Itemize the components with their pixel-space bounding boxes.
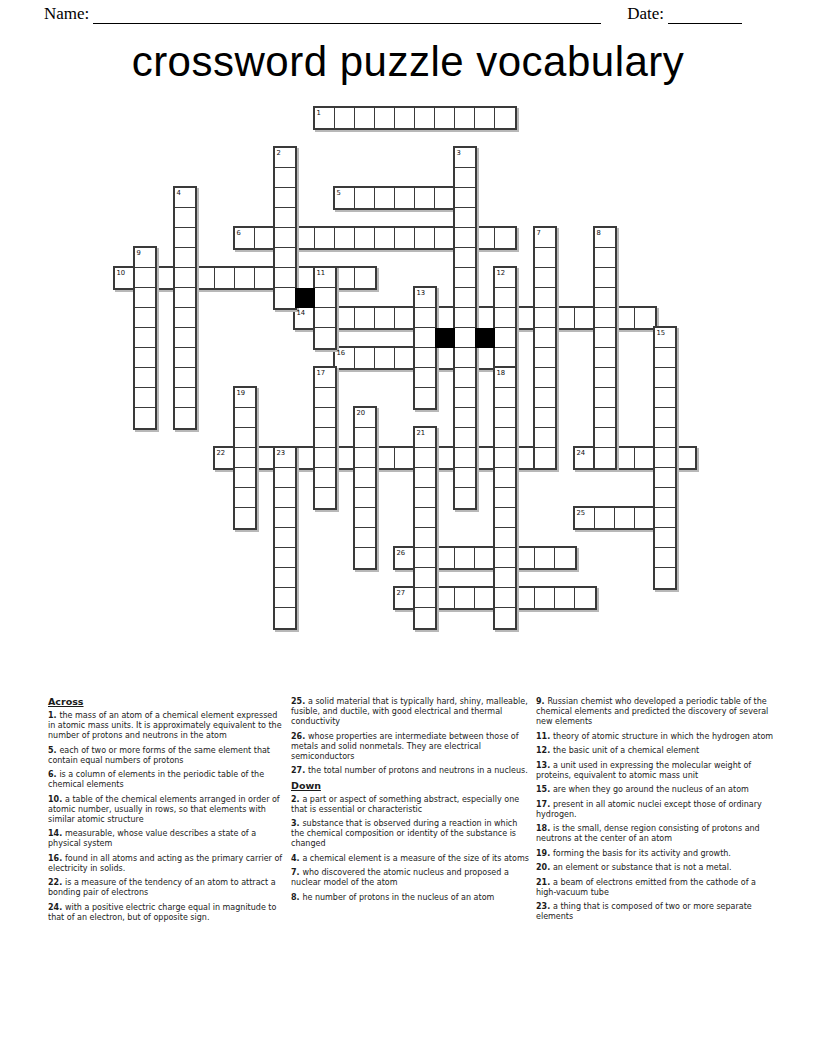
clue-column-left: Across1. the mass of an atom of a chemic…	[48, 697, 286, 927]
answer-cell[interactable]	[255, 268, 275, 288]
clue-9: 9. Russian chemist who developed a perio…	[536, 697, 774, 727]
answer-cell[interactable]	[435, 448, 455, 468]
answer-cell[interactable]	[255, 228, 275, 248]
answer-cell[interactable]	[295, 268, 315, 288]
clue-number-15: 15	[657, 330, 666, 337]
answer-cell[interactable]	[535, 328, 555, 348]
answer-cell[interactable]	[515, 548, 535, 568]
word-2-down	[273, 146, 297, 310]
answer-cell[interactable]	[655, 488, 675, 508]
answer-cell[interactable]	[415, 568, 435, 588]
word-7-down	[533, 226, 557, 470]
answer-cell[interactable]	[295, 228, 315, 248]
worksheet-page: Name: Date: crossword puzzle vocabulary …	[0, 0, 816, 1056]
clue-number-9: 9	[137, 250, 141, 257]
answer-cell[interactable]	[235, 408, 255, 428]
answer-cell[interactable]	[675, 448, 695, 468]
answer-cell[interactable]	[535, 348, 555, 368]
word-13-down	[413, 286, 437, 410]
answer-cell[interactable]	[335, 108, 355, 128]
answer-cell[interactable]	[455, 488, 475, 508]
answer-cell[interactable]	[455, 388, 475, 408]
crossword-board: 1561014162224252627234789111213151718192…	[0, 0, 816, 700]
clue-number-4: 4	[177, 190, 181, 197]
answer-cell[interactable]	[455, 408, 475, 428]
answer-cell[interactable]	[495, 608, 515, 628]
clue-number-1: 1	[317, 110, 321, 117]
answer-cell[interactable]	[595, 368, 615, 388]
answer-cell[interactable]	[475, 228, 495, 248]
clue-number-26: 26	[397, 550, 406, 557]
answer-cell[interactable]	[155, 268, 175, 288]
answer-cell[interactable]	[315, 468, 335, 488]
clue-10: 10. a table of the chemical elements arr…	[48, 795, 286, 825]
answer-cell[interactable]	[175, 368, 195, 388]
answer-cell[interactable]	[335, 308, 355, 328]
answer-cell[interactable]	[395, 228, 415, 248]
black-cell	[295, 288, 315, 308]
clue-number-16: 16	[337, 350, 346, 357]
answer-cell[interactable]	[595, 508, 615, 528]
answer-cell[interactable]	[455, 368, 475, 388]
clue-number-13: 13	[417, 290, 426, 297]
clue-1: 1. the mass of an atom of a chemical ele…	[48, 711, 286, 741]
answer-cell[interactable]	[175, 328, 195, 348]
answer-cell[interactable]	[615, 448, 635, 468]
answer-cell[interactable]	[595, 448, 615, 468]
answer-cell[interactable]	[595, 408, 615, 428]
answer-cell[interactable]	[235, 268, 255, 288]
answer-cell[interactable]	[275, 608, 295, 628]
answer-cell[interactable]	[495, 488, 515, 508]
answer-cell[interactable]	[275, 548, 295, 568]
answer-cell[interactable]	[555, 588, 575, 608]
word-24-across	[573, 446, 697, 470]
answer-cell[interactable]	[275, 488, 295, 508]
answer-cell[interactable]	[275, 568, 295, 588]
clues-header-across: Across	[48, 697, 286, 707]
answer-cell[interactable]	[495, 388, 515, 408]
answer-cell[interactable]	[455, 308, 475, 328]
answer-cell[interactable]	[435, 188, 455, 208]
answer-cell[interactable]	[275, 268, 295, 288]
answer-cell[interactable]	[275, 168, 295, 188]
answer-cell[interactable]	[355, 428, 375, 448]
answer-cell[interactable]	[535, 448, 555, 468]
answer-cell[interactable]	[495, 228, 515, 248]
clue-5: 5. each of two or more forms of the same…	[48, 746, 286, 766]
answer-cell[interactable]	[195, 268, 215, 288]
clue-2: 2. a part or aspect of something abstrac…	[291, 795, 529, 815]
answer-cell[interactable]	[535, 408, 555, 428]
answer-cell[interactable]	[475, 308, 495, 328]
clues-header-down: Down	[291, 781, 529, 791]
answer-cell[interactable]	[435, 588, 455, 608]
clue-17: 17. present in all atomic nuclei except …	[536, 800, 774, 820]
answer-cell[interactable]	[475, 588, 495, 608]
answer-cell[interactable]	[395, 448, 415, 468]
clue-number-20: 20	[357, 410, 366, 417]
clue-column-right: 9. Russian chemist who developed a perio…	[536, 697, 774, 927]
answer-cell[interactable]	[455, 228, 475, 248]
answer-cell[interactable]	[655, 428, 675, 448]
clue-15: 15. are when they go around the nucleus …	[536, 785, 774, 795]
answer-cell[interactable]	[455, 348, 475, 368]
clue-4: 4. a chemical element is a measure of th…	[291, 854, 529, 864]
answer-cell[interactable]	[275, 188, 295, 208]
answer-cell[interactable]	[135, 268, 155, 288]
answer-cell[interactable]	[595, 308, 615, 328]
answer-cell[interactable]	[175, 408, 195, 428]
answer-cell[interactable]	[435, 228, 455, 248]
clue-14: 14. measurable, whose value describes a …	[48, 829, 286, 849]
answer-cell[interactable]	[475, 448, 495, 468]
answer-cell[interactable]	[455, 468, 475, 488]
answer-cell[interactable]	[415, 528, 435, 548]
answer-cell[interactable]	[455, 188, 475, 208]
answer-cell[interactable]	[435, 348, 455, 368]
answer-cell[interactable]	[655, 368, 675, 388]
answer-cell[interactable]	[335, 228, 355, 248]
answer-cell[interactable]	[415, 308, 435, 328]
answer-cell[interactable]	[235, 508, 255, 528]
answer-cell[interactable]	[475, 108, 495, 128]
clue-number-8: 8	[597, 230, 601, 237]
word-4-down	[173, 186, 197, 430]
black-cell	[475, 328, 495, 348]
answer-cell[interactable]	[415, 368, 435, 388]
answer-cell[interactable]	[135, 408, 155, 428]
answer-cell[interactable]	[395, 348, 415, 368]
answer-cell[interactable]	[355, 448, 375, 468]
answer-cell[interactable]	[415, 548, 435, 568]
answer-cell[interactable]	[495, 588, 515, 608]
answer-cell[interactable]	[655, 508, 675, 528]
answer-cell[interactable]	[535, 368, 555, 388]
clue-22: 22. is a measure of the tendency of an a…	[48, 878, 286, 898]
answer-cell[interactable]	[355, 228, 375, 248]
answer-cell[interactable]	[415, 188, 435, 208]
answer-cell[interactable]	[275, 208, 295, 228]
clue-number-14: 14	[297, 310, 306, 317]
answer-cell[interactable]	[315, 288, 335, 308]
answer-cell[interactable]	[135, 328, 155, 348]
answer-cell[interactable]	[495, 548, 515, 568]
answer-cell[interactable]	[495, 328, 515, 348]
clue-16: 16. found in all atoms and acting as the…	[48, 854, 286, 874]
answer-cell[interactable]	[495, 348, 515, 368]
answer-cell[interactable]	[235, 448, 255, 468]
answer-cell[interactable]	[495, 308, 515, 328]
answer-cell[interactable]	[375, 348, 395, 368]
answer-cell[interactable]	[655, 448, 675, 468]
answer-cell[interactable]	[495, 468, 515, 488]
clue-24: 24. with a positive electric charge equa…	[48, 903, 286, 923]
answer-cell[interactable]	[455, 588, 475, 608]
answer-cell[interactable]	[495, 288, 515, 308]
answer-cell[interactable]	[455, 328, 475, 348]
clue-21: 21. a beam of electrons emitted from the…	[536, 878, 774, 898]
word-23-down	[273, 446, 297, 630]
clue-23: 23. a thing that is composed of two or m…	[536, 902, 774, 922]
answer-cell[interactable]	[315, 228, 335, 248]
answer-cell[interactable]	[595, 328, 615, 348]
answer-cell[interactable]	[595, 388, 615, 408]
answer-cell[interactable]	[415, 108, 435, 128]
answer-cell[interactable]	[595, 288, 615, 308]
answer-cell[interactable]	[175, 248, 195, 268]
answer-cell[interactable]	[535, 588, 555, 608]
word-17-down	[313, 366, 337, 510]
answer-cell[interactable]	[615, 308, 635, 328]
clue-13: 13. a unit used in expressing the molecu…	[536, 761, 774, 781]
clue-number-23: 23	[277, 450, 286, 457]
clue-6: 6. is a column of elements in the period…	[48, 770, 286, 790]
answer-cell[interactable]	[395, 308, 415, 328]
answer-cell[interactable]	[315, 488, 335, 508]
answer-cell[interactable]	[395, 108, 415, 128]
answer-cell[interactable]	[175, 288, 195, 308]
answer-cell[interactable]	[415, 348, 435, 368]
answer-cell[interactable]	[455, 248, 475, 268]
answer-cell[interactable]	[455, 208, 475, 228]
answer-cell[interactable]	[375, 448, 395, 468]
answer-cell[interactable]	[315, 408, 335, 428]
clue-12: 12. the basic unit of a chemical element	[536, 746, 774, 756]
answer-cell[interactable]	[515, 588, 535, 608]
answer-cell[interactable]	[355, 488, 375, 508]
answer-cell[interactable]	[455, 428, 475, 448]
word-12-down	[493, 266, 517, 370]
answer-cell[interactable]	[535, 428, 555, 448]
answer-cell[interactable]	[175, 268, 195, 288]
answer-cell[interactable]	[475, 548, 495, 568]
answer-cell[interactable]	[295, 448, 315, 468]
clue-number-25: 25	[577, 510, 586, 517]
word-15-down	[653, 326, 677, 590]
answer-cell[interactable]	[355, 548, 375, 568]
clue-7: 7. who discovered the atomic nucleus and…	[291, 868, 529, 888]
answer-cell[interactable]	[415, 468, 435, 488]
answer-cell[interactable]	[495, 428, 515, 448]
clue-number-3: 3	[457, 150, 461, 157]
answer-cell[interactable]	[455, 268, 475, 288]
answer-cell[interactable]	[495, 528, 515, 548]
answer-cell[interactable]	[135, 348, 155, 368]
answer-cell[interactable]	[355, 308, 375, 328]
answer-cell[interactable]	[275, 528, 295, 548]
answer-cell[interactable]	[275, 508, 295, 528]
answer-cell[interactable]	[535, 308, 555, 328]
answer-cell[interactable]	[415, 508, 435, 528]
answer-cell[interactable]	[135, 308, 155, 328]
answer-cell[interactable]	[555, 548, 575, 568]
answer-cell[interactable]	[635, 508, 655, 528]
clue-number-27: 27	[397, 590, 406, 597]
answer-cell[interactable]	[415, 488, 435, 508]
answer-cell[interactable]	[355, 348, 375, 368]
answer-cell[interactable]	[455, 288, 475, 308]
answer-cell[interactable]	[375, 228, 395, 248]
clue-27: 27. the total number of protons and neut…	[291, 766, 529, 776]
answer-cell[interactable]	[435, 548, 455, 568]
answer-cell[interactable]	[255, 448, 275, 468]
clue-column-middle: 25. a solid material that is typically h…	[291, 697, 529, 907]
answer-cell[interactable]	[175, 348, 195, 368]
word-21-down	[413, 426, 437, 630]
answer-cell[interactable]	[275, 588, 295, 608]
clue-number-2: 2	[277, 150, 281, 157]
answer-cell[interactable]	[315, 328, 335, 348]
answer-cell[interactable]	[335, 268, 355, 288]
clue-number-5: 5	[337, 190, 341, 197]
clue-number-24: 24	[577, 450, 586, 457]
black-cell	[435, 328, 455, 348]
answer-cell[interactable]	[615, 508, 635, 528]
clue-25: 25. a solid material that is typically h…	[291, 697, 529, 727]
clue-number-6: 6	[237, 230, 241, 237]
answer-cell[interactable]	[415, 328, 435, 348]
answer-cell[interactable]	[375, 108, 395, 128]
answer-cell[interactable]	[435, 108, 455, 128]
answer-cell[interactable]	[655, 348, 675, 368]
answer-cell[interactable]	[535, 288, 555, 308]
answer-cell[interactable]	[515, 308, 535, 328]
answer-cell[interactable]	[655, 408, 675, 428]
answer-cell[interactable]	[175, 208, 195, 228]
answer-cell[interactable]	[415, 388, 435, 408]
clue-18: 18. is the small, dense region consistin…	[536, 824, 774, 844]
answer-cell[interactable]	[655, 528, 675, 548]
answer-cell[interactable]	[355, 188, 375, 208]
answer-cell[interactable]	[595, 268, 615, 288]
clue-19: 19. forming the basis for its activity a…	[536, 849, 774, 859]
word-20-down	[353, 406, 377, 570]
answer-cell[interactable]	[475, 348, 495, 368]
answer-cell[interactable]	[235, 488, 255, 508]
answer-cell[interactable]	[355, 268, 375, 288]
clue-number-18: 18	[497, 370, 506, 377]
answer-cell[interactable]	[455, 108, 475, 128]
answer-cell[interactable]	[235, 468, 255, 488]
clue-3: 3. substance that is observed during a r…	[291, 819, 529, 849]
answer-cell[interactable]	[275, 248, 295, 268]
answer-cell[interactable]	[455, 448, 475, 468]
answer-cell[interactable]	[575, 588, 595, 608]
answer-cell[interactable]	[335, 448, 355, 468]
answer-cell[interactable]	[375, 188, 395, 208]
clue-8: 8. he number of protons in the nucleus o…	[291, 893, 529, 903]
clue-number-22: 22	[217, 450, 226, 457]
word-11-down	[313, 266, 337, 350]
answer-cell[interactable]	[655, 388, 675, 408]
answer-cell[interactable]	[495, 508, 515, 528]
answer-cell[interactable]	[415, 608, 435, 628]
answer-cell[interactable]	[655, 548, 675, 568]
word-1-across	[313, 106, 517, 130]
word-3-down	[453, 146, 477, 510]
answer-cell[interactable]	[275, 288, 295, 308]
answer-cell[interactable]	[655, 468, 675, 488]
word-18-down	[493, 366, 517, 630]
answer-cell[interactable]	[355, 108, 375, 128]
clue-number-10: 10	[117, 270, 126, 277]
word-9-down	[133, 246, 157, 430]
clue-number-19: 19	[237, 390, 246, 397]
clue-20: 20. an element or substance that is not …	[536, 863, 774, 873]
answer-cell[interactable]	[415, 228, 435, 248]
clue-number-17: 17	[317, 370, 326, 377]
clue-11: 11. theory of atomic structure in which …	[536, 732, 774, 742]
answer-cell[interactable]	[355, 528, 375, 548]
answer-cell[interactable]	[595, 248, 615, 268]
answer-cell[interactable]	[535, 248, 555, 268]
answer-cell[interactable]	[655, 568, 675, 588]
answer-cell[interactable]	[175, 388, 195, 408]
word-8-down	[593, 226, 617, 470]
answer-cell[interactable]	[495, 108, 515, 128]
answer-cell[interactable]	[135, 288, 155, 308]
answer-cell[interactable]	[375, 308, 395, 328]
answer-cell[interactable]	[555, 308, 575, 328]
answer-cell[interactable]	[455, 168, 475, 188]
answer-cell[interactable]	[395, 188, 415, 208]
answer-cell[interactable]	[135, 368, 155, 388]
clue-26: 26. whose properties are intermediate be…	[291, 732, 529, 762]
answer-cell[interactable]	[135, 388, 155, 408]
answer-cell[interactable]	[595, 428, 615, 448]
answer-cell[interactable]	[175, 228, 195, 248]
answer-cell[interactable]	[315, 428, 335, 448]
answer-cell[interactable]	[315, 308, 335, 328]
answer-cell[interactable]	[355, 468, 375, 488]
answer-cell[interactable]	[275, 468, 295, 488]
answer-cell[interactable]	[495, 408, 515, 428]
answer-cell[interactable]	[215, 268, 235, 288]
answer-cell[interactable]	[275, 228, 295, 248]
answer-cell[interactable]	[455, 548, 475, 568]
answer-cell[interactable]	[415, 448, 435, 468]
answer-cell[interactable]	[535, 388, 555, 408]
answer-cell[interactable]	[495, 568, 515, 588]
answer-cell[interactable]	[315, 448, 335, 468]
clue-number-21: 21	[417, 430, 426, 437]
answer-cell[interactable]	[495, 448, 515, 468]
answer-cell[interactable]	[315, 388, 335, 408]
answer-cell[interactable]	[635, 448, 655, 468]
answer-cell[interactable]	[635, 308, 655, 328]
word-19-down	[233, 386, 257, 530]
answer-cell[interactable]	[535, 548, 555, 568]
clue-number-7: 7	[537, 230, 541, 237]
answer-cell[interactable]	[575, 308, 595, 328]
answer-cell[interactable]	[515, 448, 535, 468]
answer-cell[interactable]	[235, 428, 255, 448]
answer-cell[interactable]	[355, 508, 375, 528]
answer-cell[interactable]	[175, 308, 195, 328]
answer-cell[interactable]	[595, 348, 615, 368]
answer-cell[interactable]	[535, 268, 555, 288]
clue-number-12: 12	[497, 270, 506, 277]
clue-number-11: 11	[317, 270, 326, 277]
answer-cell[interactable]	[435, 308, 455, 328]
answer-cell[interactable]	[415, 588, 435, 608]
